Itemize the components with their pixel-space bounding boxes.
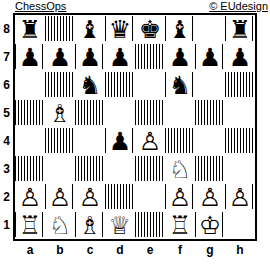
square-g1[interactable]: ♔ [195,211,225,239]
white-king-icon: ♔ [198,212,222,239]
square-f7[interactable]: ♟ [165,43,195,71]
black-queen-icon: ♛ [108,16,132,43]
black-pawn-icon: ♟ [168,44,192,71]
square-b6[interactable] [45,71,75,99]
square-f3[interactable]: ♘ [165,155,195,183]
file-label-g: g [195,243,225,257]
square-b5[interactable]: ♗ [45,99,75,127]
square-b2[interactable]: ♙ [45,183,75,211]
white-pawn-icon: ♙ [78,184,102,211]
square-c2[interactable]: ♙ [75,183,105,211]
square-g4[interactable] [195,127,225,155]
black-pawn-icon: ♟ [48,44,72,71]
square-c7[interactable]: ♟ [75,43,105,71]
square-g2[interactable]: ♙ [195,183,225,211]
white-bishop-icon: ♗ [48,100,72,127]
file-label-b: b [45,243,75,257]
white-pawn-icon: ♙ [48,184,72,211]
rank-label-1: 1 [0,211,13,239]
white-pawn-icon: ♙ [228,184,252,211]
square-g8[interactable] [195,15,225,43]
square-f2[interactable]: ♙ [165,183,195,211]
black-rook-icon: ♜ [228,16,252,43]
rank-label-5: 5 [0,99,13,127]
white-pawn-icon: ♙ [138,128,162,155]
rank-label-7: 7 [0,43,13,71]
app-title-link[interactable]: ChessOps [15,0,66,13]
square-c1[interactable]: ♗ [75,211,105,239]
square-c3[interactable] [75,155,105,183]
square-d7[interactable]: ♟ [105,43,135,71]
square-h2[interactable]: ♙ [225,183,255,211]
square-a4[interactable] [15,127,45,155]
file-label-h: h [225,243,255,257]
square-e7[interactable] [135,43,165,71]
square-e3[interactable] [135,155,165,183]
black-knight-icon: ♞ [168,72,192,99]
square-a8[interactable]: ♜ [15,15,45,43]
black-rook-icon: ♜ [18,16,42,43]
square-d2[interactable] [105,183,135,211]
rank-label-3: 3 [0,155,13,183]
square-g7[interactable]: ♟ [195,43,225,71]
rank-label-4: 4 [0,127,13,155]
square-c6[interactable]: ♞ [75,71,105,99]
square-h4[interactable] [225,127,255,155]
square-h3[interactable] [225,155,255,183]
chess-board: ♜♝♛♚♝♜♟♟♟♟♟♟♟♞♞♗♟♙♘♙♙♙♙♙♙♖♘♗♕♖♔ [13,13,257,241]
rank-label-2: 2 [0,183,13,211]
white-queen-icon: ♕ [108,212,132,239]
white-rook-icon: ♖ [168,212,192,239]
square-d1[interactable]: ♕ [105,211,135,239]
square-g6[interactable] [195,71,225,99]
file-label-a: a [15,243,45,257]
white-knight-icon: ♘ [168,156,192,183]
file-labels: abcdefgh [15,243,255,257]
square-a7[interactable]: ♟ [15,43,45,71]
black-pawn-icon: ♟ [78,44,102,71]
black-bishop-icon: ♝ [78,16,102,43]
square-b7[interactable]: ♟ [45,43,75,71]
file-label-f: f [165,243,195,257]
square-f6[interactable]: ♞ [165,71,195,99]
square-h8[interactable]: ♜ [225,15,255,43]
square-e8[interactable]: ♚ [135,15,165,43]
square-c8[interactable]: ♝ [75,15,105,43]
square-g5[interactable] [195,99,225,127]
square-e1[interactable] [135,211,165,239]
black-king-icon: ♚ [138,16,162,43]
square-d8[interactable]: ♛ [105,15,135,43]
file-label-c: c [75,243,105,257]
square-h5[interactable] [225,99,255,127]
square-e6[interactable] [135,71,165,99]
square-d5[interactable] [105,99,135,127]
file-label-e: e [135,243,165,257]
square-h6[interactable] [225,71,255,99]
square-f8[interactable]: ♝ [165,15,195,43]
square-a3[interactable] [15,155,45,183]
square-e2[interactable] [135,183,165,211]
rank-label-8: 8 [0,15,13,43]
square-d3[interactable] [105,155,135,183]
square-b1[interactable]: ♘ [45,211,75,239]
square-f5[interactable] [165,99,195,127]
square-f4[interactable] [165,127,195,155]
square-d4[interactable]: ♟ [105,127,135,155]
black-bishop-icon: ♝ [168,16,192,43]
black-pawn-icon: ♟ [108,128,132,155]
rank-label-6: 6 [0,71,13,99]
square-e5[interactable] [135,99,165,127]
black-pawn-icon: ♟ [198,44,222,71]
square-a1[interactable]: ♖ [15,211,45,239]
square-h7[interactable]: ♟ [225,43,255,71]
square-c5[interactable] [75,99,105,127]
white-knight-icon: ♘ [48,212,72,239]
file-label-d: d [105,243,135,257]
square-d6[interactable] [105,71,135,99]
black-pawn-icon: ♟ [228,44,252,71]
square-a2[interactable]: ♙ [15,183,45,211]
black-pawn-icon: ♟ [18,44,42,71]
white-pawn-icon: ♙ [18,184,42,211]
square-c4[interactable] [75,127,105,155]
square-h1[interactable] [225,211,255,239]
credit-link[interactable]: © EUdesign [209,0,268,13]
square-b8[interactable] [45,15,75,43]
white-rook-icon: ♖ [18,212,42,239]
square-b3[interactable] [45,155,75,183]
square-g3[interactable] [195,155,225,183]
white-pawn-icon: ♙ [168,184,192,211]
square-a6[interactable] [15,71,45,99]
rank-labels: 87654321 [0,15,13,239]
black-knight-icon: ♞ [78,72,102,99]
black-pawn-icon: ♟ [108,44,132,71]
square-e4[interactable]: ♙ [135,127,165,155]
square-a5[interactable] [15,99,45,127]
white-pawn-icon: ♙ [198,184,222,211]
white-bishop-icon: ♗ [78,212,102,239]
square-f1[interactable]: ♖ [165,211,195,239]
square-b4[interactable] [45,127,75,155]
